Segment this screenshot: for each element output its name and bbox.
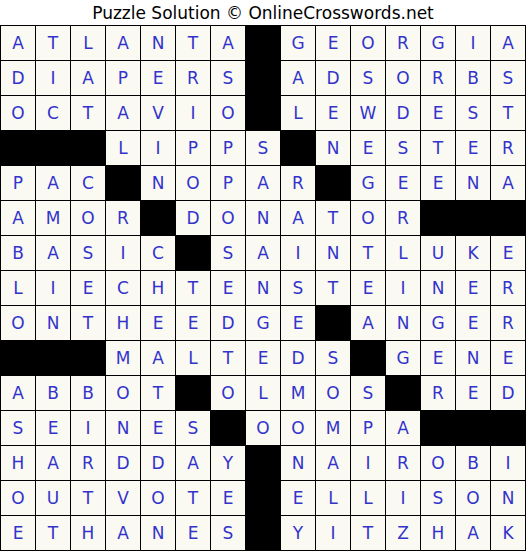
cell-r15c9: Y — [281, 516, 315, 550]
block-r10c2 — [36, 341, 70, 375]
cell-r7c10: N — [316, 236, 350, 270]
block-r2c8 — [246, 61, 280, 95]
cell-r14c1: O — [1, 481, 35, 515]
cell-r13c2: A — [36, 446, 70, 480]
block-r4c3 — [71, 131, 105, 165]
cell-r3c4: A — [106, 96, 140, 130]
cell-r15c12: Z — [386, 516, 420, 550]
cell-r3c6: I — [176, 96, 210, 130]
cell-r7c3: S — [71, 236, 105, 270]
cell-r11c1: A — [1, 376, 35, 410]
cell-r2c4: P — [106, 61, 140, 95]
block-r10c1 — [1, 341, 35, 375]
cell-r6c8: N — [246, 201, 280, 235]
cell-r13c12: R — [386, 446, 420, 480]
block-r11c12 — [386, 376, 420, 410]
cell-r3c14: S — [456, 96, 490, 130]
cell-r2c6: R — [176, 61, 210, 95]
cell-r10c6: L — [176, 341, 210, 375]
cell-r3c10: E — [316, 96, 350, 130]
cell-r7c2: A — [36, 236, 70, 270]
cell-r9c1: O — [1, 306, 35, 340]
cell-r5c2: A — [36, 166, 70, 200]
cell-r14c9: E — [281, 481, 315, 515]
cell-r5c7: P — [211, 166, 245, 200]
cell-r1c14: I — [456, 26, 490, 60]
cell-r12c4: N — [106, 411, 140, 445]
cell-r2c2: I — [36, 61, 70, 95]
cell-r15c6: E — [176, 516, 210, 550]
cell-r10c8: E — [246, 341, 280, 375]
cell-r8c12: I — [386, 271, 420, 305]
cell-r7c8: A — [246, 236, 280, 270]
cell-r8c14: E — [456, 271, 490, 305]
block-r9c10 — [316, 306, 350, 340]
cell-r14c5: O — [141, 481, 175, 515]
cell-r7c14: K — [456, 236, 490, 270]
cell-r5c5: N — [141, 166, 175, 200]
block-r6c13 — [421, 201, 455, 235]
cell-r4c5: I — [141, 131, 175, 165]
cell-r6c4: R — [106, 201, 140, 235]
cell-r4c11: E — [351, 131, 385, 165]
cell-r11c14: E — [456, 376, 490, 410]
cell-r9c5: E — [141, 306, 175, 340]
cell-r5c14: N — [456, 166, 490, 200]
cell-r3c9: L — [281, 96, 315, 130]
cell-r13c4: D — [106, 446, 140, 480]
cell-r14c13: S — [421, 481, 455, 515]
block-r6c15 — [491, 201, 525, 235]
block-r7c6 — [176, 236, 210, 270]
block-r1c8 — [246, 26, 280, 60]
cell-r2c9: A — [281, 61, 315, 95]
cell-r6c12: R — [386, 201, 420, 235]
cell-r9c6: E — [176, 306, 210, 340]
cell-r10c7: T — [211, 341, 245, 375]
cell-r7c15: E — [491, 236, 525, 270]
crossword-board: ATLANTAGEORGIADIAPERSADSORBSOCTAVIOLEWDE… — [0, 25, 526, 551]
cell-r9c9: E — [281, 306, 315, 340]
cell-r4c7: P — [211, 131, 245, 165]
cell-r10c13: E — [421, 341, 455, 375]
cell-r1c1: A — [1, 26, 35, 60]
cell-r4c13: T — [421, 131, 455, 165]
cell-r11c5: T — [141, 376, 175, 410]
cell-r9c4: H — [106, 306, 140, 340]
block-r12c13 — [421, 411, 455, 445]
cell-r7c4: I — [106, 236, 140, 270]
cell-r1c7: A — [211, 26, 245, 60]
cell-r11c9: M — [281, 376, 315, 410]
cell-r10c12: G — [386, 341, 420, 375]
cell-r6c2: M — [36, 201, 70, 235]
cell-r6c6: D — [176, 201, 210, 235]
cell-r11c7: O — [211, 376, 245, 410]
block-r14c8 — [246, 481, 280, 515]
cell-r9c11: A — [351, 306, 385, 340]
cell-r7c9: I — [281, 236, 315, 270]
cell-r12c11: P — [351, 411, 385, 445]
cell-r8c5: H — [141, 271, 175, 305]
cell-r9c7: D — [211, 306, 245, 340]
block-r4c1 — [1, 131, 35, 165]
cell-r13c1: H — [1, 446, 35, 480]
cell-r15c15: K — [491, 516, 525, 550]
cell-r15c2: T — [36, 516, 70, 550]
page-title: Puzzle Solution © OnlineCrosswords.net — [0, 0, 526, 25]
cell-r11c13: R — [421, 376, 455, 410]
cell-r2c15: S — [491, 61, 525, 95]
cell-r8c8: N — [246, 271, 280, 305]
cell-r12c9: O — [281, 411, 315, 445]
cell-r5c12: E — [386, 166, 420, 200]
cell-r2c5: E — [141, 61, 175, 95]
cell-r5c6: O — [176, 166, 210, 200]
cell-r8c1: L — [1, 271, 35, 305]
cell-r12c1: S — [1, 411, 35, 445]
cell-r14c6: T — [176, 481, 210, 515]
cell-r1c2: T — [36, 26, 70, 60]
block-r11c6 — [176, 376, 210, 410]
cell-r10c9: D — [281, 341, 315, 375]
block-r6c5 — [141, 201, 175, 235]
cell-r1c15: A — [491, 26, 525, 60]
cell-r15c4: A — [106, 516, 140, 550]
block-r4c9 — [281, 131, 315, 165]
cell-r11c10: O — [316, 376, 350, 410]
cell-r15c10: I — [316, 516, 350, 550]
cell-r9c3: T — [71, 306, 105, 340]
cell-r2c12: O — [386, 61, 420, 95]
cell-r12c2: E — [36, 411, 70, 445]
cell-r2c1: D — [1, 61, 35, 95]
cell-r3c3: T — [71, 96, 105, 130]
cell-r9c13: G — [421, 306, 455, 340]
cell-r13c9: N — [281, 446, 315, 480]
cell-r6c9: A — [281, 201, 315, 235]
cell-r10c5: A — [141, 341, 175, 375]
cell-r14c11: L — [351, 481, 385, 515]
cell-r12c12: A — [386, 411, 420, 445]
cell-r2c3: A — [71, 61, 105, 95]
block-r15c8 — [246, 516, 280, 550]
cell-r15c1: E — [1, 516, 35, 550]
cell-r11c2: B — [36, 376, 70, 410]
cell-r3c5: V — [141, 96, 175, 130]
cell-r4c12: S — [386, 131, 420, 165]
block-r3c8 — [246, 96, 280, 130]
cell-r5c15: A — [491, 166, 525, 200]
cell-r1c11: O — [351, 26, 385, 60]
cell-r12c3: I — [71, 411, 105, 445]
cell-r4c6: P — [176, 131, 210, 165]
cell-r4c14: E — [456, 131, 490, 165]
cell-r14c15: N — [491, 481, 525, 515]
cell-r1c4: A — [106, 26, 140, 60]
cell-r13c11: I — [351, 446, 385, 480]
cell-r7c13: U — [421, 236, 455, 270]
cell-r12c5: E — [141, 411, 175, 445]
cell-r4c4: L — [106, 131, 140, 165]
cell-r14c2: U — [36, 481, 70, 515]
cell-r6c7: O — [211, 201, 245, 235]
cell-r13c6: A — [176, 446, 210, 480]
cell-r6c1: A — [1, 201, 35, 235]
cell-r1c5: N — [141, 26, 175, 60]
cell-r2c10: D — [316, 61, 350, 95]
cell-r10c15: E — [491, 341, 525, 375]
cell-r7c11: T — [351, 236, 385, 270]
cell-r6c10: T — [316, 201, 350, 235]
cell-r14c14: O — [456, 481, 490, 515]
cell-r9c12: N — [386, 306, 420, 340]
cell-r3c2: C — [36, 96, 70, 130]
cell-r9c15: R — [491, 306, 525, 340]
cell-r8c10: T — [316, 271, 350, 305]
cell-r10c10: S — [316, 341, 350, 375]
cell-r15c3: H — [71, 516, 105, 550]
cell-r11c4: O — [106, 376, 140, 410]
cell-r1c6: T — [176, 26, 210, 60]
cell-r13c3: R — [71, 446, 105, 480]
cell-r9c14: E — [456, 306, 490, 340]
cell-r4c15: R — [491, 131, 525, 165]
cell-r5c13: E — [421, 166, 455, 200]
cell-r15c11: T — [351, 516, 385, 550]
cell-r8c13: N — [421, 271, 455, 305]
cell-r11c8: L — [246, 376, 280, 410]
cell-r3c13: E — [421, 96, 455, 130]
cell-r13c10: A — [316, 446, 350, 480]
cell-r1c13: G — [421, 26, 455, 60]
cell-r15c7: S — [211, 516, 245, 550]
cell-r8c9: S — [281, 271, 315, 305]
cell-r7c5: C — [141, 236, 175, 270]
block-r12c7 — [211, 411, 245, 445]
page: Puzzle Solution © OnlineCrosswords.net A… — [0, 0, 526, 551]
cell-r2c14: B — [456, 61, 490, 95]
cell-r15c14: A — [456, 516, 490, 550]
block-r5c10 — [316, 166, 350, 200]
cell-r8c11: E — [351, 271, 385, 305]
cell-r1c12: R — [386, 26, 420, 60]
cell-r14c12: I — [386, 481, 420, 515]
block-r5c4 — [106, 166, 140, 200]
cell-r14c7: E — [211, 481, 245, 515]
cell-r8c15: R — [491, 271, 525, 305]
cell-r5c3: C — [71, 166, 105, 200]
cell-r6c11: O — [351, 201, 385, 235]
cell-r1c3: L — [71, 26, 105, 60]
cell-r9c2: N — [36, 306, 70, 340]
cell-r7c7: S — [211, 236, 245, 270]
cell-r11c11: S — [351, 376, 385, 410]
cell-r8c4: C — [106, 271, 140, 305]
cell-r15c13: H — [421, 516, 455, 550]
cell-r4c8: S — [246, 131, 280, 165]
cell-r14c4: V — [106, 481, 140, 515]
cell-r11c15: D — [491, 376, 525, 410]
cell-r2c13: R — [421, 61, 455, 95]
cell-r13c15: I — [491, 446, 525, 480]
block-r4c2 — [36, 131, 70, 165]
cell-r13c14: B — [456, 446, 490, 480]
block-r10c3 — [71, 341, 105, 375]
cell-r7c12: L — [386, 236, 420, 270]
cell-r8c6: T — [176, 271, 210, 305]
cell-r5c1: P — [1, 166, 35, 200]
cell-r6c3: O — [71, 201, 105, 235]
cell-r1c9: G — [281, 26, 315, 60]
block-r13c8 — [246, 446, 280, 480]
block-r12c14 — [456, 411, 490, 445]
cell-r13c13: O — [421, 446, 455, 480]
cell-r4c10: N — [316, 131, 350, 165]
cell-r3c15: T — [491, 96, 525, 130]
cell-r11c3: B — [71, 376, 105, 410]
cell-r3c1: O — [1, 96, 35, 130]
block-r12c15 — [491, 411, 525, 445]
cell-r10c14: N — [456, 341, 490, 375]
cell-r5c9: R — [281, 166, 315, 200]
cell-r9c8: G — [246, 306, 280, 340]
cell-r12c8: O — [246, 411, 280, 445]
cell-r10c4: M — [106, 341, 140, 375]
cell-r5c8: A — [246, 166, 280, 200]
cell-r1c10: E — [316, 26, 350, 60]
cell-r7c1: B — [1, 236, 35, 270]
cell-r2c7: S — [211, 61, 245, 95]
cell-r8c3: E — [71, 271, 105, 305]
cell-r12c6: S — [176, 411, 210, 445]
cell-r12c10: M — [316, 411, 350, 445]
cell-r14c3: T — [71, 481, 105, 515]
cell-r3c11: W — [351, 96, 385, 130]
cell-r13c7: Y — [211, 446, 245, 480]
cell-r2c11: S — [351, 61, 385, 95]
block-r6c14 — [456, 201, 490, 235]
block-r10c11 — [351, 341, 385, 375]
cell-r8c7: E — [211, 271, 245, 305]
cell-r3c12: D — [386, 96, 420, 130]
cell-r5c11: G — [351, 166, 385, 200]
cell-r14c10: L — [316, 481, 350, 515]
cell-r8c2: I — [36, 271, 70, 305]
cell-r13c5: D — [141, 446, 175, 480]
cell-r15c5: N — [141, 516, 175, 550]
cell-r3c7: O — [211, 96, 245, 130]
